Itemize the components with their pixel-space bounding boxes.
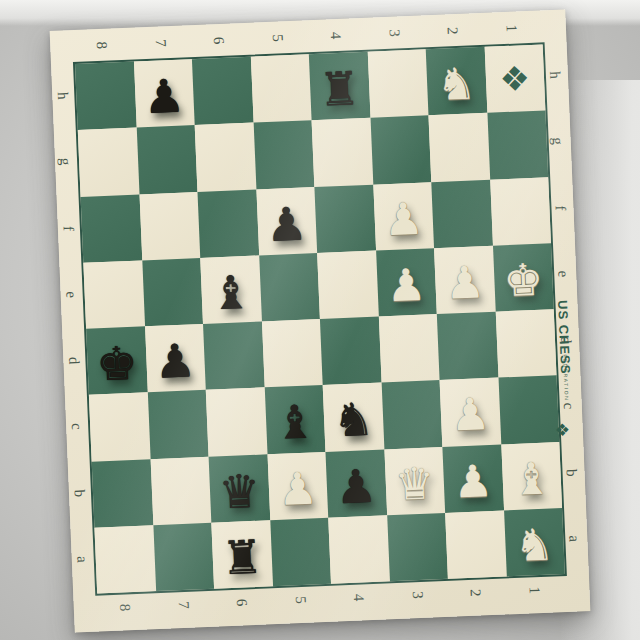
- square-h3: [367, 49, 428, 118]
- square-f7: [139, 192, 200, 261]
- white-queen-b3: ♛: [394, 461, 435, 507]
- square-c6: [206, 388, 267, 457]
- square-d3: [378, 314, 439, 383]
- square-c8: [89, 393, 150, 462]
- square-c4: ♞: [323, 383, 384, 452]
- white-pawn-b5: ♟: [277, 466, 318, 512]
- square-d5: [261, 319, 322, 388]
- square-h1: ❖: [484, 44, 545, 113]
- square-a7: [153, 522, 214, 591]
- black-king-d8: ♚: [95, 340, 138, 388]
- square-a8: [94, 525, 155, 594]
- square-a6: ♜: [211, 520, 272, 589]
- square-g6: [195, 123, 256, 192]
- square-f5: ♟: [256, 187, 317, 256]
- square-g5: [253, 120, 314, 189]
- square-e4: [317, 250, 378, 319]
- square-b4: ♟: [325, 449, 386, 518]
- square-c5: ♝: [264, 385, 325, 454]
- square-g3: [370, 116, 431, 185]
- white-pawn-e2: ♟: [444, 260, 485, 306]
- white-knight-h2: ♞: [436, 61, 477, 107]
- square-f1: [490, 177, 551, 246]
- square-h7: ♟: [133, 59, 194, 128]
- square-e8: [83, 260, 144, 329]
- square-d7: ♟: [145, 324, 206, 393]
- square-e1: ♚: [492, 243, 553, 312]
- square-h8: [75, 62, 136, 131]
- square-e5: [259, 253, 320, 322]
- black-rook-h4: ♜: [318, 65, 361, 113]
- square-g4: [312, 118, 373, 187]
- square-d8: ♚: [86, 326, 147, 395]
- square-h2: ♞: [426, 47, 487, 116]
- black-rook-a6: ♜: [221, 534, 264, 582]
- white-pawn-f3: ♟: [383, 196, 424, 242]
- white-bishop-b1: ♝: [511, 456, 552, 502]
- white-pawn-c2: ♟: [450, 392, 491, 438]
- square-b5: ♟: [267, 451, 328, 520]
- square-b8: [92, 459, 153, 528]
- square-h6: [192, 57, 253, 126]
- square-e6: ♝: [200, 255, 261, 324]
- photo-background: 87654321 87654321 hgfedcba hgfedcba ♟♜♞❖…: [0, 0, 640, 640]
- us-chess-logo-icon: ❖: [554, 420, 570, 441]
- square-f2: [431, 179, 492, 248]
- black-pawn-b4: ♟: [335, 462, 378, 510]
- square-a1: ♞: [504, 508, 565, 577]
- square-b3: ♛: [384, 446, 445, 515]
- us-chess-corner-logo-icon: ❖: [499, 61, 531, 96]
- square-a4: [328, 515, 389, 584]
- square-d6: [203, 321, 264, 390]
- square-d4: [320, 317, 381, 386]
- square-f3: ♟: [373, 182, 434, 251]
- square-g1: [487, 111, 548, 180]
- square-a2: [445, 510, 506, 579]
- square-g2: [428, 113, 489, 182]
- white-pawn-b2: ♟: [452, 459, 493, 505]
- black-pawn-d7: ♟: [154, 337, 197, 385]
- square-b7: [150, 456, 211, 525]
- square-g8: [78, 128, 139, 197]
- square-d2: [437, 312, 498, 381]
- square-f4: [314, 184, 375, 253]
- black-knight-c4: ♞: [332, 396, 375, 444]
- square-f6: [197, 189, 258, 258]
- square-e2: ♟: [434, 245, 495, 314]
- square-c7: [147, 390, 208, 459]
- square-b6: ♛: [209, 454, 270, 523]
- square-c3: [381, 380, 442, 449]
- brand-subtitle: FEDERATION: [562, 354, 570, 401]
- white-king-e1: ♚: [503, 258, 544, 304]
- square-e3: ♟: [376, 248, 437, 317]
- square-g7: [136, 125, 197, 194]
- black-pawn-f5: ♟: [265, 200, 308, 248]
- square-a5: [270, 518, 331, 587]
- chess-mat: 87654321 87654321 hgfedcba hgfedcba ♟♜♞❖…: [50, 9, 591, 632]
- square-a3: [387, 513, 448, 582]
- square-c2: ♟: [440, 378, 501, 447]
- black-bishop-c5: ♝: [273, 399, 316, 447]
- white-pawn-e3: ♟: [386, 262, 427, 308]
- square-e7: [142, 258, 203, 327]
- black-bishop-e6: ♝: [209, 269, 252, 317]
- square-f8: [81, 194, 142, 263]
- us-chess-branding: US CHESS FEDERATION ❖: [547, 301, 583, 452]
- square-b2: ♟: [442, 444, 503, 513]
- square-h5: [250, 54, 311, 123]
- black-pawn-h7: ♟: [143, 73, 186, 121]
- black-queen-b6: ♛: [218, 467, 261, 515]
- white-knight-a1: ♞: [514, 522, 555, 568]
- chess-board: ♟♜♞❖♟♟♝♟♟♚♚♟♝♞♟♛♟♟♛♟♝♜♞: [73, 42, 567, 595]
- square-h4: ♜: [309, 52, 370, 121]
